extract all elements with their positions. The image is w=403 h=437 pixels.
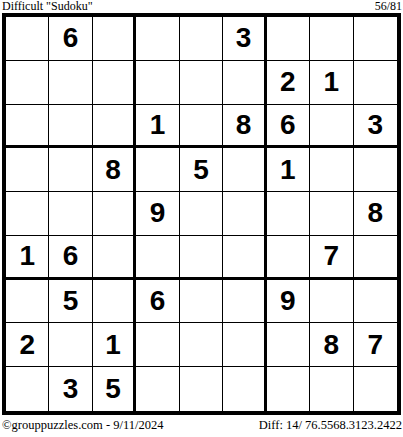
cell-r9c8[interactable]: [310, 367, 353, 411]
puzzle-title: Difficult "Sudoku": [2, 0, 93, 12]
cell-r2c4[interactable]: [136, 61, 179, 105]
cell-r5c9[interactable]: 8: [354, 192, 397, 236]
cell-r1c6[interactable]: 3: [223, 17, 266, 61]
cell-r6c9[interactable]: [354, 236, 397, 280]
cell-r7c1[interactable]: [6, 280, 49, 324]
cell-r8c2[interactable]: [49, 323, 92, 367]
cell-r9c5[interactable]: [180, 367, 223, 411]
cell-r8c5[interactable]: [180, 323, 223, 367]
sudoku-grid: 6321186385198167569218735: [2, 13, 401, 415]
cell-r7c9[interactable]: [354, 280, 397, 324]
cell-r4c8[interactable]: [310, 148, 353, 192]
page-header: Difficult "Sudoku" 56/81: [0, 0, 403, 13]
cell-r3c9[interactable]: 3: [354, 105, 397, 149]
cell-r8c1[interactable]: 2: [6, 323, 49, 367]
cell-r1c1[interactable]: [6, 17, 49, 61]
cell-r8c9[interactable]: 7: [354, 323, 397, 367]
cell-r6c7[interactable]: [267, 236, 310, 280]
cell-r4c7[interactable]: 1: [267, 148, 310, 192]
cell-r2c7[interactable]: 2: [267, 61, 310, 105]
cell-r5c3[interactable]: [93, 192, 136, 236]
cell-r5c2[interactable]: [49, 192, 92, 236]
difficulty-rating: Diff: 14/ 76.5568.3123.2422: [259, 419, 402, 432]
cell-r4c5[interactable]: 5: [180, 148, 223, 192]
cell-r2c3[interactable]: [93, 61, 136, 105]
cell-r6c4[interactable]: [136, 236, 179, 280]
cell-r2c8[interactable]: 1: [310, 61, 353, 105]
cell-r2c9[interactable]: [354, 61, 397, 105]
cell-r3c3[interactable]: [93, 105, 136, 149]
cell-r9c3[interactable]: 5: [93, 367, 136, 411]
cell-r5c6[interactable]: [223, 192, 266, 236]
cell-r8c3[interactable]: 1: [93, 323, 136, 367]
cell-r5c1[interactable]: [6, 192, 49, 236]
cell-r4c4[interactable]: [136, 148, 179, 192]
copyright-date: ©grouppuzzles.com - 9/11/2024: [2, 419, 163, 432]
cell-r4c2[interactable]: [49, 148, 92, 192]
cell-r7c6[interactable]: [223, 280, 266, 324]
cell-r2c5[interactable]: [180, 61, 223, 105]
cell-r4c3[interactable]: 8: [93, 148, 136, 192]
empty-cell-counter: 56/81: [375, 0, 402, 12]
cell-r7c4[interactable]: 6: [136, 280, 179, 324]
cell-r7c2[interactable]: 5: [49, 280, 92, 324]
cell-r4c9[interactable]: [354, 148, 397, 192]
cell-r8c6[interactable]: [223, 323, 266, 367]
cell-r1c2[interactable]: 6: [49, 17, 92, 61]
cell-r8c8[interactable]: 8: [310, 323, 353, 367]
cell-r6c3[interactable]: [93, 236, 136, 280]
cell-r1c3[interactable]: [93, 17, 136, 61]
cell-r3c6[interactable]: 8: [223, 105, 266, 149]
cell-r1c4[interactable]: [136, 17, 179, 61]
cell-r9c7[interactable]: [267, 367, 310, 411]
cell-r2c2[interactable]: [49, 61, 92, 105]
cell-r2c1[interactable]: [6, 61, 49, 105]
cell-r7c3[interactable]: [93, 280, 136, 324]
cell-r6c8[interactable]: 7: [310, 236, 353, 280]
cell-r9c6[interactable]: [223, 367, 266, 411]
cell-r7c8[interactable]: [310, 280, 353, 324]
cell-r7c5[interactable]: [180, 280, 223, 324]
cell-r5c5[interactable]: [180, 192, 223, 236]
cell-r6c1[interactable]: 1: [6, 236, 49, 280]
cell-r1c8[interactable]: [310, 17, 353, 61]
cell-r8c4[interactable]: [136, 323, 179, 367]
cell-r3c4[interactable]: 1: [136, 105, 179, 149]
cell-r6c6[interactable]: [223, 236, 266, 280]
cell-r4c6[interactable]: [223, 148, 266, 192]
cell-r7c7[interactable]: 9: [267, 280, 310, 324]
cell-r8c7[interactable]: [267, 323, 310, 367]
cell-r5c4[interactable]: 9: [136, 192, 179, 236]
cell-r2c6[interactable]: [223, 61, 266, 105]
cell-r3c5[interactable]: [180, 105, 223, 149]
cell-r3c2[interactable]: [49, 105, 92, 149]
cell-r9c4[interactable]: [136, 367, 179, 411]
cell-r1c7[interactable]: [267, 17, 310, 61]
cell-r6c2[interactable]: 6: [49, 236, 92, 280]
cell-r3c7[interactable]: 6: [267, 105, 310, 149]
cell-r4c1[interactable]: [6, 148, 49, 192]
cell-r1c5[interactable]: [180, 17, 223, 61]
cell-r1c9[interactable]: [354, 17, 397, 61]
cell-r3c1[interactable]: [6, 105, 49, 149]
cell-r9c9[interactable]: [354, 367, 397, 411]
cell-r9c1[interactable]: [6, 367, 49, 411]
cell-r3c8[interactable]: [310, 105, 353, 149]
page-footer: ©grouppuzzles.com - 9/11/2024 Diff: 14/ …: [0, 415, 403, 432]
cell-r5c7[interactable]: [267, 192, 310, 236]
cell-r5c8[interactable]: [310, 192, 353, 236]
cell-r6c5[interactable]: [180, 236, 223, 280]
cell-r9c2[interactable]: 3: [49, 367, 92, 411]
